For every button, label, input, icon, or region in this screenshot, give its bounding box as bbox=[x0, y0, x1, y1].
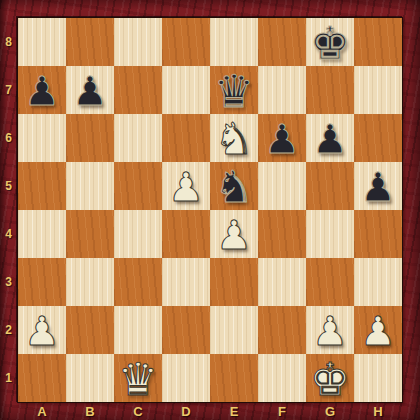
square-e5[interactable]: ♞ bbox=[210, 162, 258, 210]
square-d8[interactable] bbox=[162, 18, 210, 66]
square-h1[interactable] bbox=[354, 354, 402, 402]
square-a5[interactable] bbox=[18, 162, 66, 210]
square-g8[interactable]: ♚ bbox=[306, 18, 354, 66]
piece-black-queen-e7[interactable]: ♛ bbox=[214, 69, 254, 114]
file-label-a: A bbox=[18, 403, 66, 420]
rank-label-6: 6 bbox=[0, 114, 17, 162]
square-a4[interactable] bbox=[18, 210, 66, 258]
square-c4[interactable] bbox=[114, 210, 162, 258]
square-f1[interactable] bbox=[258, 354, 306, 402]
rank-label-4: 4 bbox=[0, 210, 17, 258]
square-a2[interactable]: ♟ bbox=[18, 306, 66, 354]
square-f8[interactable] bbox=[258, 18, 306, 66]
square-e8[interactable] bbox=[210, 18, 258, 66]
piece-white-king-g1[interactable]: ♚ bbox=[310, 357, 350, 402]
square-c7[interactable] bbox=[114, 66, 162, 114]
square-a7[interactable]: ♟ bbox=[18, 66, 66, 114]
square-b3[interactable] bbox=[66, 258, 114, 306]
square-f3[interactable] bbox=[258, 258, 306, 306]
piece-black-pawn-a7[interactable]: ♟ bbox=[24, 71, 60, 111]
chess-board: ♚♟♟♛♞♟♟♟♞♟♟♟♟♟♛♚ bbox=[17, 17, 403, 403]
square-g6[interactable]: ♟ bbox=[306, 114, 354, 162]
file-label-h: H bbox=[354, 403, 402, 420]
square-e3[interactable] bbox=[210, 258, 258, 306]
square-h7[interactable] bbox=[354, 66, 402, 114]
square-b7[interactable]: ♟ bbox=[66, 66, 114, 114]
square-d4[interactable] bbox=[162, 210, 210, 258]
square-d6[interactable] bbox=[162, 114, 210, 162]
square-h6[interactable] bbox=[354, 114, 402, 162]
rank-label-1: 1 bbox=[0, 354, 17, 402]
square-c5[interactable] bbox=[114, 162, 162, 210]
square-a1[interactable] bbox=[18, 354, 66, 402]
square-a3[interactable] bbox=[18, 258, 66, 306]
piece-white-knight-e6[interactable]: ♞ bbox=[214, 117, 253, 161]
square-e2[interactable] bbox=[210, 306, 258, 354]
square-c6[interactable] bbox=[114, 114, 162, 162]
square-h3[interactable] bbox=[354, 258, 402, 306]
piece-black-pawn-f6[interactable]: ♟ bbox=[264, 119, 300, 159]
square-b2[interactable] bbox=[66, 306, 114, 354]
square-d7[interactable] bbox=[162, 66, 210, 114]
square-e6[interactable]: ♞ bbox=[210, 114, 258, 162]
piece-black-pawn-h5[interactable]: ♟ bbox=[360, 167, 396, 207]
square-b8[interactable] bbox=[66, 18, 114, 66]
square-h4[interactable] bbox=[354, 210, 402, 258]
file-label-d: D bbox=[162, 403, 210, 420]
piece-black-pawn-g6[interactable]: ♟ bbox=[312, 119, 348, 159]
square-c3[interactable] bbox=[114, 258, 162, 306]
square-d2[interactable] bbox=[162, 306, 210, 354]
square-c1[interactable]: ♛ bbox=[114, 354, 162, 402]
square-a6[interactable] bbox=[18, 114, 66, 162]
file-label-f: F bbox=[258, 403, 306, 420]
square-g3[interactable] bbox=[306, 258, 354, 306]
rank-label-2: 2 bbox=[0, 306, 17, 354]
file-label-e: E bbox=[210, 403, 258, 420]
piece-white-queen-c1[interactable]: ♛ bbox=[118, 357, 158, 402]
piece-white-pawn-g2[interactable]: ♟ bbox=[312, 311, 348, 351]
piece-white-pawn-h2[interactable]: ♟ bbox=[360, 311, 396, 351]
square-g2[interactable]: ♟ bbox=[306, 306, 354, 354]
rank-label-5: 5 bbox=[0, 162, 17, 210]
square-f7[interactable] bbox=[258, 66, 306, 114]
square-b6[interactable] bbox=[66, 114, 114, 162]
square-d3[interactable] bbox=[162, 258, 210, 306]
square-e1[interactable] bbox=[210, 354, 258, 402]
square-g4[interactable] bbox=[306, 210, 354, 258]
square-f5[interactable] bbox=[258, 162, 306, 210]
piece-white-pawn-e4[interactable]: ♟ bbox=[216, 215, 252, 255]
piece-black-pawn-b7[interactable]: ♟ bbox=[72, 71, 108, 111]
square-b4[interactable] bbox=[66, 210, 114, 258]
square-f4[interactable] bbox=[258, 210, 306, 258]
square-h5[interactable]: ♟ bbox=[354, 162, 402, 210]
rank-label-8: 8 bbox=[0, 18, 17, 66]
square-d1[interactable] bbox=[162, 354, 210, 402]
square-e7[interactable]: ♛ bbox=[210, 66, 258, 114]
square-a8[interactable] bbox=[18, 18, 66, 66]
square-c8[interactable] bbox=[114, 18, 162, 66]
square-b5[interactable] bbox=[66, 162, 114, 210]
square-c2[interactable] bbox=[114, 306, 162, 354]
square-f6[interactable]: ♟ bbox=[258, 114, 306, 162]
file-label-b: B bbox=[66, 403, 114, 420]
square-e4[interactable]: ♟ bbox=[210, 210, 258, 258]
square-g5[interactable] bbox=[306, 162, 354, 210]
file-label-c: C bbox=[114, 403, 162, 420]
rank-label-3: 3 bbox=[0, 258, 17, 306]
piece-white-pawn-a2[interactable]: ♟ bbox=[24, 311, 60, 351]
file-label-g: G bbox=[306, 403, 354, 420]
square-g7[interactable] bbox=[306, 66, 354, 114]
rank-label-7: 7 bbox=[0, 66, 17, 114]
piece-black-knight-e5[interactable]: ♞ bbox=[214, 165, 253, 209]
square-f2[interactable] bbox=[258, 306, 306, 354]
square-g1[interactable]: ♚ bbox=[306, 354, 354, 402]
square-d5[interactable]: ♟ bbox=[162, 162, 210, 210]
square-h8[interactable] bbox=[354, 18, 402, 66]
piece-white-pawn-d5[interactable]: ♟ bbox=[168, 167, 204, 207]
square-b1[interactable] bbox=[66, 354, 114, 402]
piece-black-king-g8[interactable]: ♚ bbox=[310, 21, 350, 66]
square-h2[interactable]: ♟ bbox=[354, 306, 402, 354]
chess-board-window: ♚♟♟♛♞♟♟♟♞♟♟♟♟♟♛♚ 87654321ABCDEFGH bbox=[0, 0, 420, 420]
